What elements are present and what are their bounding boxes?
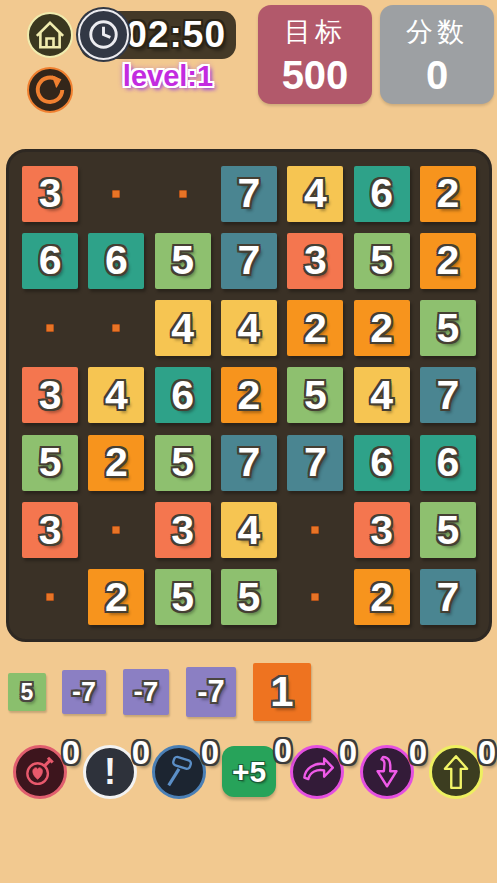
number-tile: 7: [420, 569, 476, 625]
number-tile: 6: [354, 435, 410, 491]
grid-cell[interactable]: 7: [282, 429, 348, 496]
mini-spawn-dot: [311, 526, 319, 534]
number-tile: 2: [420, 166, 476, 222]
number-tile: 5: [155, 569, 211, 625]
number-tile: 2: [221, 367, 277, 423]
number-tile: 7: [221, 233, 277, 289]
grid-cell[interactable]: [17, 564, 83, 631]
home-icon: [29, 14, 71, 56]
score-value: 0: [380, 53, 494, 98]
grid-cell[interactable]: 6: [415, 429, 481, 496]
number-tile: 4: [221, 502, 277, 558]
grid-cell[interactable]: 6: [348, 160, 414, 227]
target-value: 500: [258, 53, 372, 98]
restart-icon: [29, 69, 71, 111]
count-badge: 0: [62, 734, 80, 772]
grid-cell[interactable]: 5: [282, 362, 348, 429]
grid-cell[interactable]: 4: [282, 160, 348, 227]
number-tile: 3: [155, 502, 211, 558]
number-tile: 2: [88, 569, 144, 625]
heart-potion-icon: [21, 753, 59, 791]
number-tile: 6: [155, 367, 211, 423]
grid-cell[interactable]: 3: [150, 496, 216, 563]
number-tile: 4: [221, 300, 277, 356]
count-badge: 0: [201, 734, 219, 772]
count-badge: 0: [478, 734, 496, 772]
plus-five-label: +5: [232, 755, 266, 789]
queue: 5-7-7-71: [0, 655, 497, 730]
grid-cell[interactable]: 2: [83, 429, 149, 496]
up-powerup-button[interactable]: 0: [429, 745, 483, 799]
mini-spawn-dot: [112, 190, 120, 198]
hammer-powerup-button[interactable]: 0: [152, 745, 206, 799]
arrow-up-icon: [437, 753, 475, 791]
count-badge: 0: [274, 732, 292, 770]
grid-cell[interactable]: [150, 160, 216, 227]
mini-spawn-dot: [112, 526, 120, 534]
queue-tile: -7: [62, 670, 106, 714]
number-tile: 3: [22, 502, 78, 558]
number-tile: 5: [22, 435, 78, 491]
number-tile: 7: [287, 435, 343, 491]
number-tile: 4: [287, 166, 343, 222]
mini-spawn-dot: [112, 324, 120, 332]
number-tile: 7: [221, 435, 277, 491]
grid-cell[interactable]: 7: [216, 227, 282, 294]
grid-cell[interactable]: 3: [348, 496, 414, 563]
grid-cell[interactable]: 2: [415, 160, 481, 227]
grid-cell[interactable]: 3: [17, 362, 83, 429]
grid-cell[interactable]: 7: [216, 429, 282, 496]
grid-cell[interactable]: 3: [282, 227, 348, 294]
number-tile: 6: [88, 233, 144, 289]
clock-icon: [80, 11, 127, 58]
count-badge: 0: [132, 734, 150, 772]
score-label: 分数: [380, 14, 494, 50]
queue-tile: -7: [186, 667, 236, 717]
count-badge: 0: [409, 734, 427, 772]
number-tile: 5: [287, 367, 343, 423]
number-tile: 2: [88, 435, 144, 491]
grid-cell[interactable]: 4: [216, 295, 282, 362]
grid-cell[interactable]: 7: [415, 362, 481, 429]
home-button[interactable]: [27, 12, 73, 58]
number-tile: 2: [287, 300, 343, 356]
queue-tile: 5: [8, 673, 46, 711]
number-tile: 4: [354, 367, 410, 423]
powerups: 0!00+50000: [0, 745, 497, 815]
grid-cell[interactable]: 4: [216, 496, 282, 563]
number-tile: 5: [354, 233, 410, 289]
grid-cell[interactable]: [17, 295, 83, 362]
grid-cell[interactable]: 6: [348, 429, 414, 496]
grid-cell[interactable]: 5: [17, 429, 83, 496]
grid-cell[interactable]: 3: [17, 496, 83, 563]
grid-cell[interactable]: 5: [415, 496, 481, 563]
hammer-icon: [160, 753, 198, 791]
grid-cell[interactable]: 5: [216, 564, 282, 631]
love-powerup-button[interactable]: 0: [13, 745, 67, 799]
grid-cell[interactable]: 2: [282, 295, 348, 362]
count-badge: 0: [339, 734, 357, 772]
grid-cell[interactable]: 4: [83, 362, 149, 429]
grid-cell[interactable]: [282, 496, 348, 563]
grid-cell[interactable]: 6: [17, 227, 83, 294]
grid-cell[interactable]: 2: [415, 227, 481, 294]
clock-badge: [78, 9, 129, 60]
mini-spawn-dot: [311, 593, 319, 601]
number-tile: 7: [420, 367, 476, 423]
mini-spawn-dot: [179, 190, 187, 198]
number-tile: 2: [354, 569, 410, 625]
grid-cell[interactable]: 6: [150, 362, 216, 429]
number-tile: 3: [354, 502, 410, 558]
number-tile: 5: [155, 435, 211, 491]
number-tile: 3: [22, 367, 78, 423]
restart-button[interactable]: [27, 67, 73, 113]
grid-cell[interactable]: 3: [17, 160, 83, 227]
mini-spawn-dot: [46, 324, 54, 332]
grid-cell[interactable]: 2: [348, 295, 414, 362]
board: 3746266573524422534625475257766334352552…: [6, 149, 492, 642]
grid-cell[interactable]: 5: [150, 564, 216, 631]
arrow-right-icon: [298, 753, 336, 791]
grid-cell[interactable]: 5: [150, 429, 216, 496]
number-tile: 5: [155, 233, 211, 289]
target-card: 目标 500: [258, 5, 372, 104]
score-card: 分数 0: [380, 5, 494, 104]
number-tile: 6: [22, 233, 78, 289]
grid-cell[interactable]: 7: [415, 564, 481, 631]
grid-cell[interactable]: 4: [150, 295, 216, 362]
number-tile: 6: [420, 435, 476, 491]
mini-spawn-dot: [46, 593, 54, 601]
number-tile: 7: [221, 166, 277, 222]
grid-cell[interactable]: 5: [150, 227, 216, 294]
number-tile: 2: [420, 233, 476, 289]
grid-cell[interactable]: [83, 295, 149, 362]
number-tile: 3: [287, 233, 343, 289]
grid-cell[interactable]: 2: [216, 362, 282, 429]
number-tile: 3: [22, 166, 78, 222]
number-tile: 5: [420, 300, 476, 356]
number-tile: 5: [420, 502, 476, 558]
grid-cell[interactable]: 7: [216, 160, 282, 227]
game-screen: 02:50 level:1 目标 500 分数 0 37462665735244…: [0, 0, 497, 883]
grid-cell[interactable]: [282, 564, 348, 631]
grid-cell[interactable]: 4: [348, 362, 414, 429]
grid-cell[interactable]: 2: [83, 564, 149, 631]
number-tile: 6: [354, 166, 410, 222]
grid-cell[interactable]: 2: [348, 564, 414, 631]
grid-cell[interactable]: 6: [83, 227, 149, 294]
grid-cell[interactable]: [83, 496, 149, 563]
queue-tile: 1: [253, 663, 311, 721]
queue-tile: -7: [123, 669, 169, 715]
right-powerup-button[interactable]: 0: [290, 745, 344, 799]
grid-cell[interactable]: 5: [415, 295, 481, 362]
level-label: level:1: [98, 60, 238, 93]
down-powerup-button[interactable]: 0: [360, 745, 414, 799]
number-tile: 5: [221, 569, 277, 625]
number-tile: 4: [155, 300, 211, 356]
number-tile: 2: [354, 300, 410, 356]
timer-text: 02:50: [126, 14, 226, 56]
exclamation-icon: !: [104, 754, 116, 790]
plus5-powerup-button[interactable]: +50: [222, 746, 276, 797]
grid-cell[interactable]: [83, 160, 149, 227]
arrow-down-icon: [368, 753, 406, 791]
target-label: 目标: [258, 14, 372, 50]
grid-cell[interactable]: 5: [348, 227, 414, 294]
number-tile: 4: [88, 367, 144, 423]
warn-powerup-button[interactable]: !0: [83, 745, 137, 799]
